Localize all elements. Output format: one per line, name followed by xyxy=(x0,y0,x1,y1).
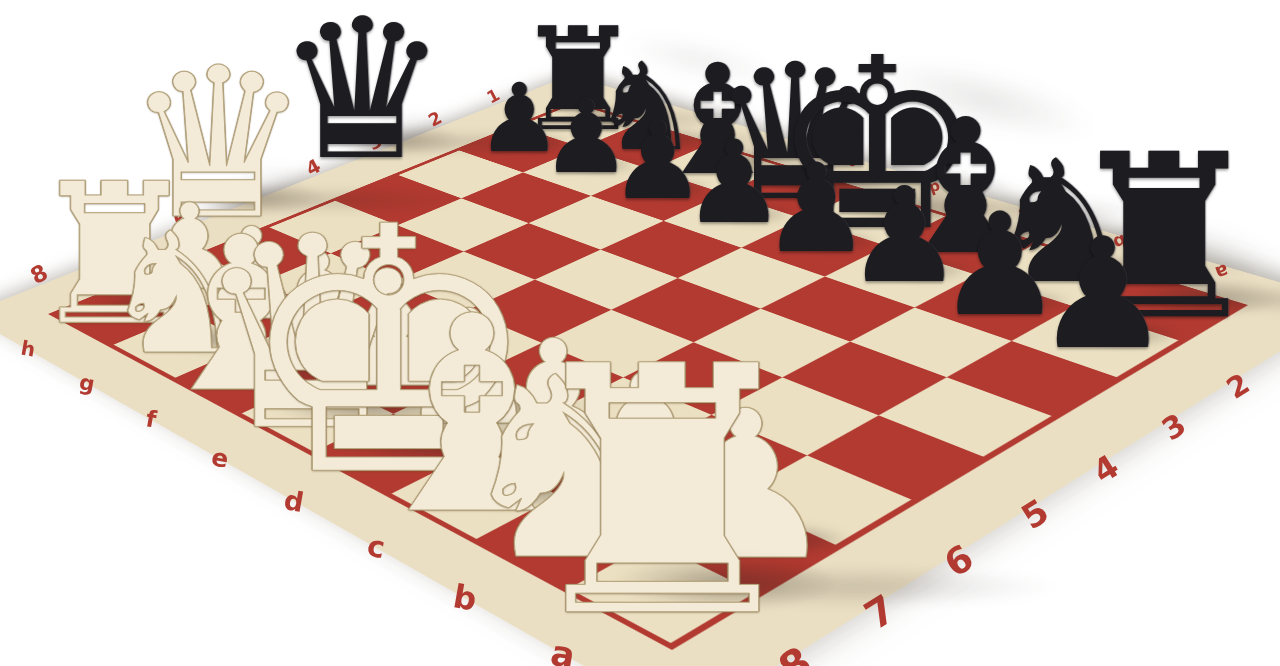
chess-set-photo: hgfedcbahgfedcba1234567812345678♜♞♝♛♚♝♞♜… xyxy=(0,0,1280,666)
rank-label-right-3: 3 xyxy=(1155,406,1192,447)
piece-black-pawn-a2: ♟ xyxy=(1034,219,1171,372)
rank-label-right-2: 2 xyxy=(1220,366,1255,405)
rank-label-right-5: 5 xyxy=(1014,491,1055,538)
file-label-near-g: g xyxy=(77,369,96,396)
piece-white-rook-a8: ♜ xyxy=(509,323,816,665)
board-overlay-layer: hgfedcbahgfedcba1234567812345678♜♞♝♛♚♝♞♜… xyxy=(0,0,1280,666)
rank-label-right-4: 4 xyxy=(1086,447,1125,491)
